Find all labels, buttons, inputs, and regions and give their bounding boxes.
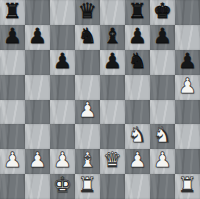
square-e5[interactable] bbox=[100, 75, 125, 100]
square-h4[interactable] bbox=[175, 100, 200, 125]
square-g6[interactable] bbox=[150, 50, 175, 75]
square-a4[interactable] bbox=[0, 100, 25, 125]
square-a7[interactable]: ♟ bbox=[0, 25, 25, 50]
square-g7[interactable]: ♟ bbox=[150, 25, 175, 50]
black-pawn-icon[interactable]: ♟ bbox=[178, 51, 197, 72]
square-d8[interactable]: ♛ bbox=[75, 0, 100, 25]
square-h7[interactable] bbox=[175, 25, 200, 50]
black-pawn-icon[interactable]: ♟ bbox=[103, 51, 122, 72]
square-e8[interactable] bbox=[100, 0, 125, 25]
white-pawn-icon[interactable]: ♟ bbox=[78, 100, 97, 121]
white-knight-icon[interactable]: ♞ bbox=[128, 125, 147, 146]
square-a8[interactable]: ♜ bbox=[0, 0, 25, 25]
black-rook-icon[interactable]: ♜ bbox=[3, 1, 22, 22]
square-a5[interactable] bbox=[0, 75, 25, 100]
square-b8[interactable] bbox=[25, 0, 50, 25]
square-h3[interactable] bbox=[175, 124, 200, 149]
white-pawn-icon[interactable]: ♟ bbox=[3, 150, 22, 171]
square-e7[interactable]: ♝ bbox=[100, 25, 125, 50]
square-e1[interactable] bbox=[100, 174, 125, 199]
square-e2[interactable]: ♛ bbox=[100, 149, 125, 174]
square-c3[interactable] bbox=[50, 124, 75, 149]
square-b5[interactable] bbox=[25, 75, 50, 100]
black-knight-icon[interactable]: ♞ bbox=[128, 51, 147, 72]
square-c4[interactable] bbox=[50, 100, 75, 125]
square-d3[interactable] bbox=[75, 124, 100, 149]
square-c5[interactable] bbox=[50, 75, 75, 100]
square-f5[interactable] bbox=[125, 75, 150, 100]
square-b1[interactable] bbox=[25, 174, 50, 199]
square-a3[interactable] bbox=[0, 124, 25, 149]
square-g3[interactable]: ♞ bbox=[150, 124, 175, 149]
white-pawn-icon[interactable]: ♟ bbox=[153, 150, 172, 171]
square-g4[interactable] bbox=[150, 100, 175, 125]
square-b4[interactable] bbox=[25, 100, 50, 125]
square-b3[interactable] bbox=[25, 124, 50, 149]
black-pawn-icon[interactable]: ♟ bbox=[28, 26, 47, 47]
square-f3[interactable]: ♞ bbox=[125, 124, 150, 149]
square-b2[interactable]: ♟ bbox=[25, 149, 50, 174]
white-knight-icon[interactable]: ♞ bbox=[153, 125, 172, 146]
white-pawn-icon[interactable]: ♟ bbox=[178, 76, 197, 97]
square-a6[interactable] bbox=[0, 50, 25, 75]
square-f6[interactable]: ♞ bbox=[125, 50, 150, 75]
chess-board: ♜♛♜♚♟♟♞♝♟♟♟♟♞♟♟♟♞♞♟♟♟♝♛♟♟♚♜♜ bbox=[0, 0, 200, 199]
black-bishop-icon[interactable]: ♝ bbox=[103, 26, 122, 47]
white-rook-icon[interactable]: ♜ bbox=[178, 175, 197, 196]
square-h6[interactable]: ♟ bbox=[175, 50, 200, 75]
square-b7[interactable]: ♟ bbox=[25, 25, 50, 50]
black-pawn-icon[interactable]: ♟ bbox=[153, 26, 172, 47]
square-a1[interactable] bbox=[0, 174, 25, 199]
square-c1[interactable]: ♚ bbox=[50, 174, 75, 199]
square-c2[interactable]: ♟ bbox=[50, 149, 75, 174]
black-queen-icon[interactable]: ♛ bbox=[78, 1, 97, 22]
square-h5[interactable]: ♟ bbox=[175, 75, 200, 100]
square-g2[interactable]: ♟ bbox=[150, 149, 175, 174]
white-rook-icon[interactable]: ♜ bbox=[78, 175, 97, 196]
square-f7[interactable]: ♟ bbox=[125, 25, 150, 50]
square-c7[interactable] bbox=[50, 25, 75, 50]
black-king-icon[interactable]: ♚ bbox=[153, 1, 172, 22]
square-d7[interactable]: ♞ bbox=[75, 25, 100, 50]
square-g5[interactable] bbox=[150, 75, 175, 100]
square-g8[interactable]: ♚ bbox=[150, 0, 175, 25]
square-f8[interactable]: ♜ bbox=[125, 0, 150, 25]
square-h8[interactable] bbox=[175, 0, 200, 25]
square-h1[interactable]: ♜ bbox=[175, 174, 200, 199]
square-b6[interactable] bbox=[25, 50, 50, 75]
white-pawn-icon[interactable]: ♟ bbox=[53, 150, 72, 171]
square-d5[interactable] bbox=[75, 75, 100, 100]
black-rook-icon[interactable]: ♜ bbox=[128, 1, 147, 22]
square-d4[interactable]: ♟ bbox=[75, 100, 100, 125]
square-d6[interactable] bbox=[75, 50, 100, 75]
square-f2[interactable]: ♟ bbox=[125, 149, 150, 174]
square-e6[interactable]: ♟ bbox=[100, 50, 125, 75]
black-pawn-icon[interactable]: ♟ bbox=[53, 51, 72, 72]
square-g1[interactable] bbox=[150, 174, 175, 199]
square-f4[interactable] bbox=[125, 100, 150, 125]
white-king-icon[interactable]: ♚ bbox=[53, 175, 72, 196]
square-f1[interactable] bbox=[125, 174, 150, 199]
white-bishop-icon[interactable]: ♝ bbox=[78, 150, 97, 171]
square-c8[interactable] bbox=[50, 0, 75, 25]
square-e3[interactable] bbox=[100, 124, 125, 149]
white-pawn-icon[interactable]: ♟ bbox=[128, 150, 147, 171]
square-h2[interactable] bbox=[175, 149, 200, 174]
black-pawn-icon[interactable]: ♟ bbox=[3, 26, 22, 47]
white-pawn-icon[interactable]: ♟ bbox=[28, 150, 47, 171]
black-knight-icon[interactable]: ♞ bbox=[78, 26, 97, 47]
square-e4[interactable] bbox=[100, 100, 125, 125]
square-d1[interactable]: ♜ bbox=[75, 174, 100, 199]
square-a2[interactable]: ♟ bbox=[0, 149, 25, 174]
square-c6[interactable]: ♟ bbox=[50, 50, 75, 75]
white-queen-icon[interactable]: ♛ bbox=[103, 150, 122, 171]
black-pawn-icon[interactable]: ♟ bbox=[128, 26, 147, 47]
square-d2[interactable]: ♝ bbox=[75, 149, 100, 174]
